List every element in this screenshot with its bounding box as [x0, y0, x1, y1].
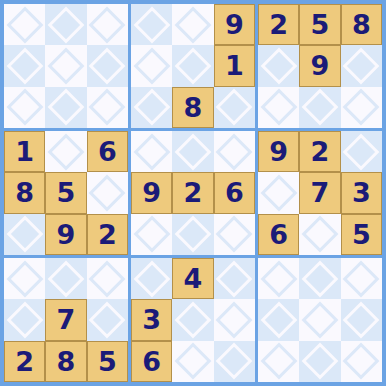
cell-r7c7[interactable] — [258, 258, 299, 299]
cell-r2c5[interactable] — [172, 45, 213, 86]
cell-digit: 6 — [98, 138, 117, 165]
cell-r3c5[interactable]: 8 — [172, 87, 213, 128]
cell-r2c9[interactable] — [341, 45, 382, 86]
box-r1c1 — [4, 4, 128, 128]
cell-r3c1[interactable] — [4, 87, 45, 128]
cell-digit: 5 — [98, 348, 117, 375]
cell-r2c1[interactable] — [4, 45, 45, 86]
diamond-icon — [89, 48, 126, 85]
cell-r1c6[interactable]: 9 — [214, 4, 255, 45]
cell-r6c8[interactable] — [299, 214, 340, 255]
cell-r9c5[interactable] — [172, 341, 213, 382]
cell-digit: 9 — [269, 138, 288, 165]
cell-r5c4[interactable]: 9 — [131, 172, 172, 213]
diamond-icon — [343, 260, 380, 297]
cell-r1c7[interactable]: 2 — [258, 4, 299, 45]
cell-digit: 4 — [184, 265, 203, 292]
cell-digit: 9 — [57, 221, 76, 248]
cell-r1c1[interactable] — [4, 4, 45, 45]
diamond-icon — [216, 133, 253, 170]
diamond-icon — [216, 302, 253, 339]
diamond-icon — [343, 133, 380, 170]
diamond-icon — [175, 133, 212, 170]
cell-digit: 1 — [225, 52, 244, 79]
cell-r5c6[interactable]: 6 — [214, 172, 255, 213]
cell-r4c5[interactable] — [172, 131, 213, 172]
diamond-icon — [302, 302, 339, 339]
diamond-icon — [175, 6, 212, 43]
cell-r8c5[interactable] — [172, 299, 213, 340]
box-r1c3: 2589 — [258, 4, 382, 128]
diamond-icon — [260, 89, 297, 126]
cell-r2c3[interactable] — [87, 45, 128, 86]
diamond-icon — [6, 302, 43, 339]
cell-r1c4[interactable] — [131, 4, 172, 45]
diamond-icon — [89, 89, 126, 126]
diamond-icon — [260, 302, 297, 339]
diamond-icon — [48, 6, 85, 43]
cell-r9c6[interactable] — [214, 341, 255, 382]
diamond-icon — [133, 260, 170, 297]
diamond-icon — [302, 216, 339, 253]
box-r2c3: 927365 — [258, 131, 382, 255]
cell-r7c1[interactable] — [4, 258, 45, 299]
cell-digit: 8 — [15, 179, 34, 206]
cell-r9c3[interactable]: 5 — [87, 341, 128, 382]
cell-digit: 3 — [142, 306, 161, 333]
cell-r4c6[interactable] — [214, 131, 255, 172]
cell-r8c8[interactable] — [299, 299, 340, 340]
box-r3c2: 436 — [131, 258, 255, 382]
cell-digit: 3 — [352, 179, 371, 206]
box-r3c1: 7285 — [4, 258, 128, 382]
diamond-icon — [133, 6, 170, 43]
cell-r2c6[interactable]: 1 — [214, 45, 255, 86]
cell-r7c4[interactable] — [131, 258, 172, 299]
cell-r6c6[interactable] — [214, 214, 255, 255]
cell-r7c5[interactable]: 4 — [172, 258, 213, 299]
diamond-icon — [175, 216, 212, 253]
box-r1c2: 918 — [131, 4, 255, 128]
diamond-icon — [6, 6, 43, 43]
diamond-icon — [48, 48, 85, 85]
cell-r6c1[interactable] — [4, 214, 45, 255]
cell-r2c4[interactable] — [131, 45, 172, 86]
diamond-icon — [260, 343, 297, 380]
cell-r8c7[interactable] — [258, 299, 299, 340]
cell-r8c4[interactable]: 3 — [131, 299, 172, 340]
cell-r7c8[interactable] — [299, 258, 340, 299]
cell-r3c9[interactable] — [341, 87, 382, 128]
cell-digit: 7 — [57, 306, 76, 333]
cell-r1c9[interactable]: 8 — [341, 4, 382, 45]
cell-digit: 2 — [15, 348, 34, 375]
cell-r2c8[interactable]: 9 — [299, 45, 340, 86]
cell-digit: 2 — [311, 138, 330, 165]
diamond-icon — [216, 260, 253, 297]
cell-r5c8[interactable]: 7 — [299, 172, 340, 213]
diamond-icon — [48, 260, 85, 297]
cell-digit: 9 — [142, 179, 161, 206]
cell-r3c3[interactable] — [87, 87, 128, 128]
cell-r7c2[interactable] — [45, 258, 86, 299]
cell-r5c1[interactable]: 8 — [4, 172, 45, 213]
box-r2c1: 168592 — [4, 131, 128, 255]
cell-r9c9[interactable] — [341, 341, 382, 382]
cell-r3c4[interactable] — [131, 87, 172, 128]
cell-r4c7[interactable]: 9 — [258, 131, 299, 172]
cell-r6c3[interactable]: 2 — [87, 214, 128, 255]
diamond-icon — [6, 216, 43, 253]
diamond-icon — [302, 260, 339, 297]
cell-r8c2[interactable]: 7 — [45, 299, 86, 340]
diamond-icon — [89, 6, 126, 43]
diamond-icon — [302, 343, 339, 380]
cell-r3c6[interactable] — [214, 87, 255, 128]
diamond-icon — [216, 89, 253, 126]
diamond-icon — [216, 216, 253, 253]
cell-r4c8[interactable]: 2 — [299, 131, 340, 172]
cell-r5c2[interactable]: 5 — [45, 172, 86, 213]
cell-r4c2[interactable] — [45, 131, 86, 172]
diamond-icon — [89, 260, 126, 297]
diamond-icon — [175, 48, 212, 85]
cell-r8c1[interactable] — [4, 299, 45, 340]
cell-digit: 7 — [311, 179, 330, 206]
diamond-icon — [89, 175, 126, 212]
cell-digit: 1 — [15, 138, 34, 165]
cell-r3c2[interactable] — [45, 87, 86, 128]
cell-r8c3[interactable] — [87, 299, 128, 340]
cell-digit: 2 — [184, 179, 203, 206]
diamond-icon — [260, 175, 297, 212]
diamond-icon — [48, 89, 85, 126]
cell-r6c2[interactable]: 9 — [45, 214, 86, 255]
cell-digit: 8 — [184, 94, 203, 121]
cell-digit: 9 — [311, 52, 330, 79]
diamond-icon — [343, 343, 380, 380]
diamond-icon — [133, 89, 170, 126]
cell-digit: 6 — [269, 221, 288, 248]
cell-r5c7[interactable] — [258, 172, 299, 213]
diamond-icon — [343, 48, 380, 85]
cell-r5c5[interactable]: 2 — [172, 172, 213, 213]
box-r2c2: 926 — [131, 131, 255, 255]
cell-r3c8[interactable] — [299, 87, 340, 128]
cell-digit: 5 — [311, 11, 330, 38]
cell-digit: 2 — [98, 221, 117, 248]
cell-r7c6[interactable] — [214, 258, 255, 299]
diamond-icon — [6, 260, 43, 297]
diamond-icon — [260, 260, 297, 297]
cell-digit: 5 — [57, 179, 76, 206]
cell-r8c6[interactable] — [214, 299, 255, 340]
cell-digit: 6 — [142, 348, 161, 375]
cell-r6c5[interactable] — [172, 214, 213, 255]
cell-r7c3[interactable] — [87, 258, 128, 299]
diamond-icon — [175, 343, 212, 380]
cell-r2c2[interactable] — [45, 45, 86, 86]
cell-r3c7[interactable] — [258, 87, 299, 128]
cell-r4c1[interactable]: 1 — [4, 131, 45, 172]
cell-r9c7[interactable] — [258, 341, 299, 382]
diamond-icon — [133, 216, 170, 253]
cell-r1c5[interactable] — [172, 4, 213, 45]
cell-r8c9[interactable] — [341, 299, 382, 340]
cell-digit: 8 — [352, 11, 371, 38]
diamond-icon — [175, 302, 212, 339]
cell-r5c9[interactable]: 3 — [341, 172, 382, 213]
diamond-icon — [89, 302, 126, 339]
cell-r9c1[interactable]: 2 — [4, 341, 45, 382]
diamond-icon — [343, 302, 380, 339]
cell-digit: 5 — [352, 221, 371, 248]
cell-digit: 6 — [225, 179, 244, 206]
diamond-icon — [48, 133, 85, 170]
cell-r1c3[interactable] — [87, 4, 128, 45]
diamond-icon — [133, 133, 170, 170]
cell-r6c9[interactable]: 5 — [341, 214, 382, 255]
cell-r9c2[interactable]: 8 — [45, 341, 86, 382]
diamond-icon — [133, 48, 170, 85]
cell-r2c7[interactable] — [258, 45, 299, 86]
cell-r4c4[interactable] — [131, 131, 172, 172]
cell-r9c4[interactable]: 6 — [131, 341, 172, 382]
cell-r9c8[interactable] — [299, 341, 340, 382]
diamond-icon — [260, 48, 297, 85]
diamond-icon — [6, 89, 43, 126]
sudoku-board: 91825891685929269273657285436 — [0, 0, 386, 386]
diamond-icon — [216, 343, 253, 380]
cell-digit: 2 — [269, 11, 288, 38]
cell-r6c7[interactable]: 6 — [258, 214, 299, 255]
cell-r4c9[interactable] — [341, 131, 382, 172]
cell-r6c4[interactable] — [131, 214, 172, 255]
cell-r5c3[interactable] — [87, 172, 128, 213]
cell-digit: 8 — [57, 348, 76, 375]
diamond-icon — [343, 89, 380, 126]
cell-r4c3[interactable]: 6 — [87, 131, 128, 172]
cell-digit: 9 — [225, 11, 244, 38]
cell-r1c2[interactable] — [45, 4, 86, 45]
diamond-icon — [302, 89, 339, 126]
cell-r1c8[interactable]: 5 — [299, 4, 340, 45]
box-r3c3 — [258, 258, 382, 382]
cell-r7c9[interactable] — [341, 258, 382, 299]
diamond-icon — [6, 48, 43, 85]
